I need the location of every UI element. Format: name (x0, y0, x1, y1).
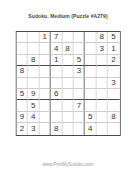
cell-r2c2 (28, 43, 39, 54)
cell-r8c2: 4 (28, 112, 39, 123)
cell-r6c5 (62, 89, 73, 100)
cell-r1c6 (74, 32, 85, 43)
cell-r5c2 (28, 78, 39, 89)
cell-r7c4 (51, 100, 62, 111)
cell-r5c6 (74, 78, 85, 89)
cell-r3c3 (40, 55, 51, 66)
cell-r5c7 (85, 78, 96, 89)
puzzle-title: Sudoku, Medium (Puzzle #A279) (0, 13, 136, 19)
cell-r6c2: 9 (28, 89, 39, 100)
cell-r7c8 (96, 100, 107, 111)
cell-r4c5 (62, 66, 73, 77)
cell-r8c6 (74, 112, 85, 123)
cell-r4c1: 8 (17, 66, 28, 77)
cell-r3c1 (17, 55, 28, 66)
cell-r4c4 (51, 66, 62, 77)
cell-r2c4: 4 (51, 43, 62, 54)
cell-r9c1: 2 (17, 123, 28, 134)
cell-r7c9 (108, 100, 119, 111)
cell-r2c8: 3 (96, 43, 107, 54)
cell-r6c7 (85, 89, 96, 100)
cell-r9c7: 4 (85, 123, 96, 134)
cell-r7c5 (62, 100, 73, 111)
cell-r4c6: 3 (74, 66, 85, 77)
cell-r1c1 (17, 32, 28, 43)
cell-r7c6: 7 (74, 100, 85, 111)
cell-r8c5 (62, 112, 73, 123)
cell-r3c8 (96, 55, 107, 66)
cell-r3c4: 1 (51, 55, 62, 66)
cell-r9c3 (40, 123, 51, 134)
cell-r2c6 (74, 43, 85, 54)
cell-r3c6: 5 (74, 55, 85, 66)
cell-r9c5 (62, 123, 73, 134)
cell-r4c7 (85, 66, 96, 77)
cell-r1c2 (28, 32, 39, 43)
cell-r7c1 (17, 100, 28, 111)
cell-r6c3 (40, 89, 51, 100)
cell-r1c3: 1 (40, 32, 51, 43)
cell-r8c8 (96, 112, 107, 123)
cell-r6c4: 6 (51, 89, 62, 100)
cell-r1c7 (85, 32, 96, 43)
cell-r8c9: 8 (108, 112, 119, 123)
cell-r1c4: 7 (51, 32, 62, 43)
cell-r2c3 (40, 43, 51, 54)
cell-r3c7 (85, 55, 96, 66)
cell-r6c1: 5 (17, 89, 28, 100)
cell-r4c3 (40, 66, 51, 77)
cell-r9c2: 3 (28, 123, 39, 134)
cell-r6c8 (96, 89, 107, 100)
cell-r9c8 (96, 123, 107, 134)
cell-r2c9: 1 (108, 43, 119, 54)
cell-r3c5 (62, 55, 73, 66)
cell-r5c4 (51, 78, 62, 89)
cell-r8c4 (51, 112, 62, 123)
cell-r7c2: 5 (28, 100, 39, 111)
cell-r5c9: 3 (108, 78, 119, 89)
cell-r2c7 (85, 43, 96, 54)
cell-r6c6 (74, 89, 85, 100)
cell-r2c1 (17, 43, 28, 54)
cell-r8c1: 9 (17, 112, 28, 123)
cell-r9c4: 8 (51, 123, 62, 134)
cell-r7c7 (85, 100, 96, 111)
cell-r9c6 (74, 123, 85, 134)
cell-r8c3 (40, 112, 51, 123)
cell-r7c3 (40, 100, 51, 111)
cell-r4c2 (28, 66, 39, 77)
cell-r4c8 (96, 66, 107, 77)
footer-url: www.PrintMySudoku.com (0, 162, 136, 167)
cell-r5c1 (17, 78, 28, 89)
cell-r3c2: 8 (28, 55, 39, 66)
cell-r5c3 (40, 78, 51, 89)
cell-r2c5: 8 (62, 43, 73, 54)
sudoku-page: Sudoku, Medium (Puzzle #A279) 1785483181… (0, 0, 136, 176)
cell-r1c5 (62, 32, 73, 43)
sudoku-board: 1785483181528335965794582384 (16, 31, 121, 136)
cell-r1c8: 8 (96, 32, 107, 43)
cell-r8c7: 5 (85, 112, 96, 123)
cell-r5c5 (62, 78, 73, 89)
cell-r9c9 (108, 123, 119, 134)
cell-r1c9: 5 (108, 32, 119, 43)
cell-r5c8 (96, 78, 107, 89)
cell-r3c9: 2 (108, 55, 119, 66)
cell-r6c9 (108, 89, 119, 100)
cell-r4c9 (108, 66, 119, 77)
